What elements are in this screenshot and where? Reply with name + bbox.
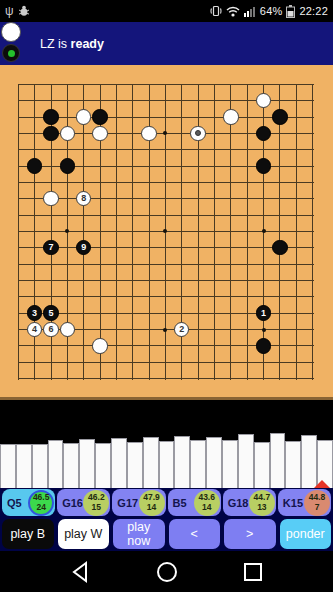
- winrate-bar: [238, 434, 254, 488]
- control-button-row: play Bplay Wplay now<>ponder: [0, 517, 333, 551]
- white-stone-B4: 4: [27, 322, 43, 338]
- black-stone-Q3: [256, 338, 272, 354]
- wifi-icon: [226, 6, 240, 17]
- status-bar: ψ: [0, 0, 333, 22]
- winrate-bar: [16, 444, 32, 488]
- candidate-move-K15[interactable]: K1544.87: [278, 489, 331, 516]
- black-stone-D14: [60, 158, 76, 174]
- candidate-label: B5: [173, 497, 187, 509]
- button-ponder[interactable]: ponder: [280, 519, 332, 549]
- signal-icon: [244, 6, 256, 17]
- stones-layer: 879351462: [10, 76, 321, 387]
- next-move-button[interactable]: >: [224, 519, 276, 549]
- black-stone-C5: 5: [43, 305, 59, 321]
- winrate-bar: [127, 442, 143, 488]
- winrate-bar: [32, 444, 48, 488]
- battery-percent: 64%: [260, 5, 283, 17]
- black-stone-R17: [272, 109, 288, 125]
- winrate-histogram[interactable]: [0, 400, 333, 488]
- winrate-bar: [190, 440, 206, 488]
- clock: 22:22: [299, 5, 328, 17]
- candidate-move-B5[interactable]: B543.614: [168, 489, 221, 516]
- winrate-visits-badge: 46.524: [28, 490, 54, 516]
- white-player-indicator: [1, 22, 21, 42]
- app-screen: ψ: [0, 0, 333, 592]
- candidate-label: Q5: [7, 497, 22, 509]
- last-move-marker: [195, 130, 201, 136]
- home-icon[interactable]: [154, 559, 180, 585]
- vibrate-icon: [210, 5, 222, 17]
- white-stone-E17: [76, 109, 92, 125]
- winrate-bar: [79, 439, 95, 488]
- black-stone-Q16: [256, 126, 272, 142]
- prev-move-button[interactable]: <: [169, 519, 221, 549]
- candidate-move-G16[interactable]: G1646.215: [57, 489, 110, 516]
- candidate-move-row: Q546.524G1646.215G1747.914B543.614G1844.…: [0, 488, 333, 517]
- debug-bug-icon: [18, 5, 30, 17]
- button-play-w[interactable]: play W: [58, 519, 110, 549]
- winrate-bar: [95, 443, 111, 488]
- candidate-label: G18: [228, 497, 249, 509]
- white-stone-L4: 2: [174, 322, 190, 338]
- white-stone-M16: [190, 126, 206, 142]
- black-stone-C9: 7: [43, 240, 59, 256]
- winrate-bar: [48, 440, 64, 488]
- recents-icon[interactable]: [240, 559, 266, 585]
- candidate-move-Q5[interactable]: Q546.524: [2, 489, 55, 516]
- android-nav-bar: [0, 551, 333, 592]
- candidate-label: G16: [62, 497, 83, 509]
- engine-status-text: LZ is ready: [40, 37, 104, 51]
- winrate-bar: [206, 437, 222, 488]
- white-stone-E12: 8: [76, 191, 92, 207]
- winrate-bar: [143, 437, 159, 488]
- winrate-bar: [270, 433, 286, 488]
- white-stone-C4: 6: [43, 322, 59, 338]
- winrate-visits-badge: 43.614: [194, 490, 220, 516]
- black-stone-E9: 9: [76, 240, 92, 256]
- winrate-visits-badge: 46.215: [83, 490, 109, 516]
- black-player-indicator-active: [2, 44, 20, 62]
- winrate-visits-badge: 44.713: [249, 490, 275, 516]
- title-bar: LZ is ready: [0, 22, 333, 65]
- winrate-bar: [63, 443, 79, 488]
- back-icon[interactable]: [68, 559, 94, 585]
- white-stone-D4: [60, 322, 76, 338]
- winrate-bar: [111, 438, 127, 488]
- histogram-bars: [0, 433, 333, 488]
- button-play-b[interactable]: play B: [2, 519, 54, 549]
- winrate-bar: [159, 441, 175, 488]
- white-stone-J16: [141, 126, 157, 142]
- black-stone-R9: [272, 240, 288, 256]
- white-stone-F3: [92, 338, 108, 354]
- white-stone-C12: [43, 191, 59, 207]
- candidate-label: K15: [283, 497, 303, 509]
- winrate-bar: [222, 440, 238, 488]
- black-stone-Q5: 1: [256, 305, 272, 321]
- usb-icon: ψ: [5, 5, 14, 17]
- black-stone-B14: [27, 158, 43, 174]
- winrate-bar: [285, 441, 301, 488]
- white-stone-Q18: [256, 93, 272, 109]
- black-stone-B5: 3: [27, 305, 43, 321]
- winrate-bar: [0, 444, 16, 488]
- active-turn-dot: [8, 50, 15, 57]
- go-board[interactable]: 879351462: [0, 65, 333, 400]
- white-stone-F16: [92, 126, 108, 142]
- candidate-label: G17: [117, 497, 138, 509]
- candidate-move-G17[interactable]: G1747.914: [112, 489, 165, 516]
- winrate-visits-badge: 44.87: [304, 490, 330, 516]
- button-play-now[interactable]: play now: [113, 519, 165, 549]
- black-stone-C16: [43, 126, 59, 142]
- black-stone-Q14: [256, 158, 272, 174]
- winrate-bar: [174, 436, 190, 488]
- candidate-move-G18[interactable]: G1844.713: [223, 489, 276, 516]
- black-stone-C17: [43, 109, 59, 125]
- black-stone-F17: [92, 109, 108, 125]
- battery-icon: [286, 5, 295, 18]
- white-stone-D16: [60, 126, 76, 142]
- winrate-visits-badge: 47.914: [139, 490, 165, 516]
- white-stone-O17: [223, 109, 239, 125]
- winrate-bar: [254, 442, 270, 488]
- current-move-marker: [314, 480, 330, 488]
